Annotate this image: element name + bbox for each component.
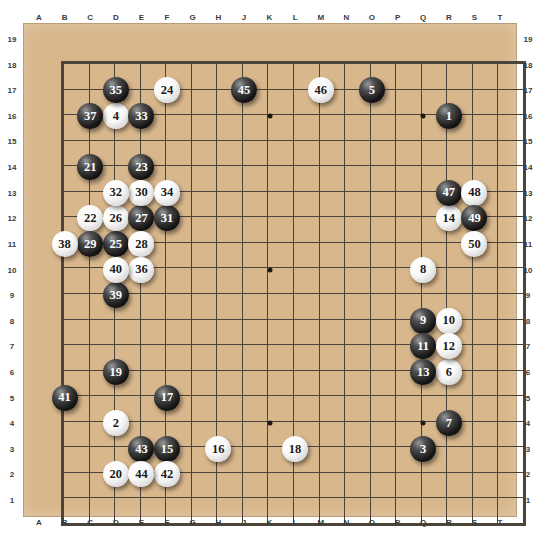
row-label-right-6: 6 <box>526 367 530 376</box>
row-label-right-1: 1 <box>526 496 530 505</box>
row-label-right-16: 16 <box>524 111 533 120</box>
column-label-bottom-Q: Q <box>420 518 426 527</box>
column-label-bottom-A: A <box>36 518 42 527</box>
star-point-K10 <box>267 267 272 272</box>
star-point-K4 <box>267 421 272 426</box>
row-label-left-7: 7 <box>10 342 14 351</box>
stone-40-white-D10[interactable]: 40 <box>103 257 129 283</box>
stone-34-white-F13[interactable]: 34 <box>154 180 180 206</box>
stone-45-black-J17[interactable]: 45 <box>231 77 257 103</box>
row-label-right-4: 4 <box>526 419 530 428</box>
stone-41-black-B5[interactable]: 41 <box>52 385 78 411</box>
column-label-top-M: M <box>317 13 324 22</box>
column-label-bottom-M: M <box>317 518 324 527</box>
stone-46-white-M17[interactable]: 46 <box>308 77 334 103</box>
stone-10-white-R8[interactable]: 10 <box>436 308 462 334</box>
row-label-right-9: 9 <box>526 291 530 300</box>
grid-cell <box>497 63 523 89</box>
column-label-bottom-R: R <box>446 518 452 527</box>
row-label-left-4: 4 <box>10 419 14 428</box>
stone-37-black-C16[interactable]: 37 <box>77 103 103 129</box>
row-label-left-15: 15 <box>8 137 17 146</box>
stone-23-black-E14[interactable]: 23 <box>128 154 154 180</box>
row-label-right-17: 17 <box>524 86 533 95</box>
stone-15-black-F3[interactable]: 15 <box>154 436 180 462</box>
column-label-top-T: T <box>498 13 503 22</box>
column-label-bottom-P: P <box>395 518 400 527</box>
row-label-right-10: 10 <box>524 265 533 274</box>
row-label-left-1: 1 <box>10 496 14 505</box>
column-label-bottom-T: T <box>498 518 503 527</box>
column-label-top-G: G <box>190 13 196 22</box>
column-label-bottom-D: D <box>113 518 119 527</box>
stone-30-white-E13[interactable]: 30 <box>128 180 154 206</box>
column-label-top-L: L <box>293 13 298 22</box>
grid-cell <box>497 344 523 370</box>
stone-12-white-R7[interactable]: 12 <box>436 333 462 359</box>
stone-11-black-Q7[interactable]: 11 <box>410 333 436 359</box>
stone-43-black-E3[interactable]: 43 <box>128 436 154 462</box>
stone-25-black-D11[interactable]: 25 <box>103 231 129 257</box>
stone-6-white-R6[interactable]: 6 <box>436 359 462 385</box>
stone-38-white-B11[interactable]: 38 <box>52 231 78 257</box>
row-label-left-10: 10 <box>8 265 17 274</box>
row-label-right-18: 18 <box>524 60 533 69</box>
column-label-bottom-F: F <box>165 518 170 527</box>
row-label-left-12: 12 <box>8 214 17 223</box>
column-label-bottom-B: B <box>62 518 68 527</box>
row-label-right-13: 13 <box>524 188 533 197</box>
stone-24-white-F17[interactable]: 24 <box>154 77 180 103</box>
stone-36-white-E10[interactable]: 36 <box>128 257 154 283</box>
column-label-top-C: C <box>87 13 93 22</box>
stone-17-black-F5[interactable]: 17 <box>154 385 180 411</box>
stone-28-white-E11[interactable]: 28 <box>128 231 154 257</box>
column-label-top-F: F <box>165 13 170 22</box>
column-label-bottom-J: J <box>242 518 246 527</box>
row-label-right-5: 5 <box>526 393 530 402</box>
star-point-Q16 <box>421 113 426 118</box>
stone-47-black-R13[interactable]: 47 <box>436 180 462 206</box>
grid-cell <box>497 89 523 115</box>
stone-27-black-E12[interactable]: 27 <box>128 205 154 231</box>
stone-33-black-E16[interactable]: 33 <box>128 103 154 129</box>
column-label-top-H: H <box>215 13 221 22</box>
page-root: 1234567891011121314151617181920212223242… <box>0 0 540 540</box>
stone-39-black-D9[interactable]: 39 <box>103 282 129 308</box>
column-label-top-R: R <box>446 13 452 22</box>
stone-42-white-F2[interactable]: 42 <box>154 461 180 487</box>
column-label-bottom-N: N <box>343 518 349 527</box>
stone-49-black-S12[interactable]: 49 <box>461 205 487 231</box>
stone-44-white-E2[interactable]: 44 <box>128 461 154 487</box>
column-label-top-O: O <box>369 13 375 22</box>
column-label-top-K: K <box>267 13 273 22</box>
stone-7-black-R4[interactable]: 7 <box>436 410 462 436</box>
row-label-left-17: 17 <box>8 86 17 95</box>
stones-layer: 1234567891011121314151617181920212223242… <box>39 39 500 500</box>
stone-13-black-Q6[interactable]: 13 <box>410 359 436 385</box>
column-label-top-J: J <box>242 13 246 22</box>
column-label-bottom-G: G <box>190 518 196 527</box>
column-label-top-Q: Q <box>420 13 426 22</box>
column-label-bottom-E: E <box>139 518 144 527</box>
row-label-left-2: 2 <box>10 470 14 479</box>
column-label-bottom-H: H <box>215 518 221 527</box>
column-label-bottom-K: K <box>267 518 273 527</box>
stone-9-black-Q8[interactable]: 9 <box>410 308 436 334</box>
stone-2-white-D4[interactable]: 2 <box>103 410 129 436</box>
column-label-bottom-S: S <box>472 518 477 527</box>
grid-cell <box>497 216 523 242</box>
stone-21-black-C14[interactable]: 21 <box>77 154 103 180</box>
column-label-top-B: B <box>62 13 68 22</box>
stone-18-white-L3[interactable]: 18 <box>282 436 308 462</box>
grid-cell <box>497 293 523 319</box>
stone-32-white-D13[interactable]: 32 <box>103 180 129 206</box>
grid-cell <box>497 191 523 217</box>
row-label-left-3: 3 <box>10 444 14 453</box>
column-label-top-A: A <box>36 13 42 22</box>
row-label-left-11: 11 <box>8 239 16 248</box>
row-label-left-8: 8 <box>10 316 14 325</box>
row-label-right-12: 12 <box>524 214 533 223</box>
row-label-right-14: 14 <box>524 163 533 172</box>
column-label-top-P: P <box>395 13 400 22</box>
grid-cell <box>497 370 523 396</box>
stone-20-white-D2[interactable]: 20 <box>103 461 129 487</box>
row-label-left-9: 9 <box>10 291 14 300</box>
grid-cell <box>497 267 523 293</box>
stone-35-black-D17[interactable]: 35 <box>103 77 129 103</box>
row-label-left-13: 13 <box>8 188 17 197</box>
row-label-right-8: 8 <box>526 316 530 325</box>
stone-16-white-H3[interactable]: 16 <box>205 436 231 462</box>
stone-3-black-Q3[interactable]: 3 <box>410 436 436 462</box>
row-label-right-15: 15 <box>524 137 533 146</box>
row-label-left-16: 16 <box>8 111 17 120</box>
stone-29-black-C11[interactable]: 29 <box>77 231 103 257</box>
row-label-left-5: 5 <box>10 393 14 402</box>
grid-cell <box>497 165 523 191</box>
row-label-right-7: 7 <box>526 342 530 351</box>
stone-50-white-S11[interactable]: 50 <box>461 231 487 257</box>
column-label-top-S: S <box>472 13 477 22</box>
stone-8-white-Q10[interactable]: 8 <box>410 257 436 283</box>
grid-cell <box>497 421 523 447</box>
grid-cell <box>497 446 523 472</box>
column-label-bottom-L: L <box>293 518 298 527</box>
stone-5-black-O17[interactable]: 5 <box>359 77 385 103</box>
grid-cell <box>497 472 523 498</box>
column-label-bottom-O: O <box>369 518 375 527</box>
row-label-left-6: 6 <box>10 367 14 376</box>
grid-cell <box>497 319 523 345</box>
grid-cell <box>497 395 523 421</box>
stone-26-white-D12[interactable]: 26 <box>103 205 129 231</box>
row-label-left-14: 14 <box>8 163 17 172</box>
grid-cell <box>497 140 523 166</box>
grid-cell <box>497 242 523 268</box>
grid-cell <box>497 114 523 140</box>
column-label-top-E: E <box>139 13 144 22</box>
row-label-left-18: 18 <box>8 60 17 69</box>
stone-1-black-R16[interactable]: 1 <box>436 103 462 129</box>
column-label-top-D: D <box>113 13 119 22</box>
stone-22-white-C12[interactable]: 22 <box>77 205 103 231</box>
row-label-left-19: 19 <box>8 35 17 44</box>
row-label-right-3: 3 <box>526 444 530 453</box>
row-label-right-2: 2 <box>526 470 530 479</box>
stone-14-white-R12[interactable]: 14 <box>436 205 462 231</box>
column-label-top-N: N <box>343 13 349 22</box>
stone-4-white-D16[interactable]: 4 <box>103 103 129 129</box>
star-point-K16 <box>267 113 272 118</box>
column-label-bottom-C: C <box>87 518 93 527</box>
row-label-right-11: 11 <box>524 239 532 248</box>
star-point-Q4 <box>421 421 426 426</box>
stone-48-white-S13[interactable]: 48 <box>461 180 487 206</box>
stone-19-black-D6[interactable]: 19 <box>103 359 129 385</box>
stone-31-black-F12[interactable]: 31 <box>154 205 180 231</box>
row-label-right-19: 19 <box>524 35 533 44</box>
